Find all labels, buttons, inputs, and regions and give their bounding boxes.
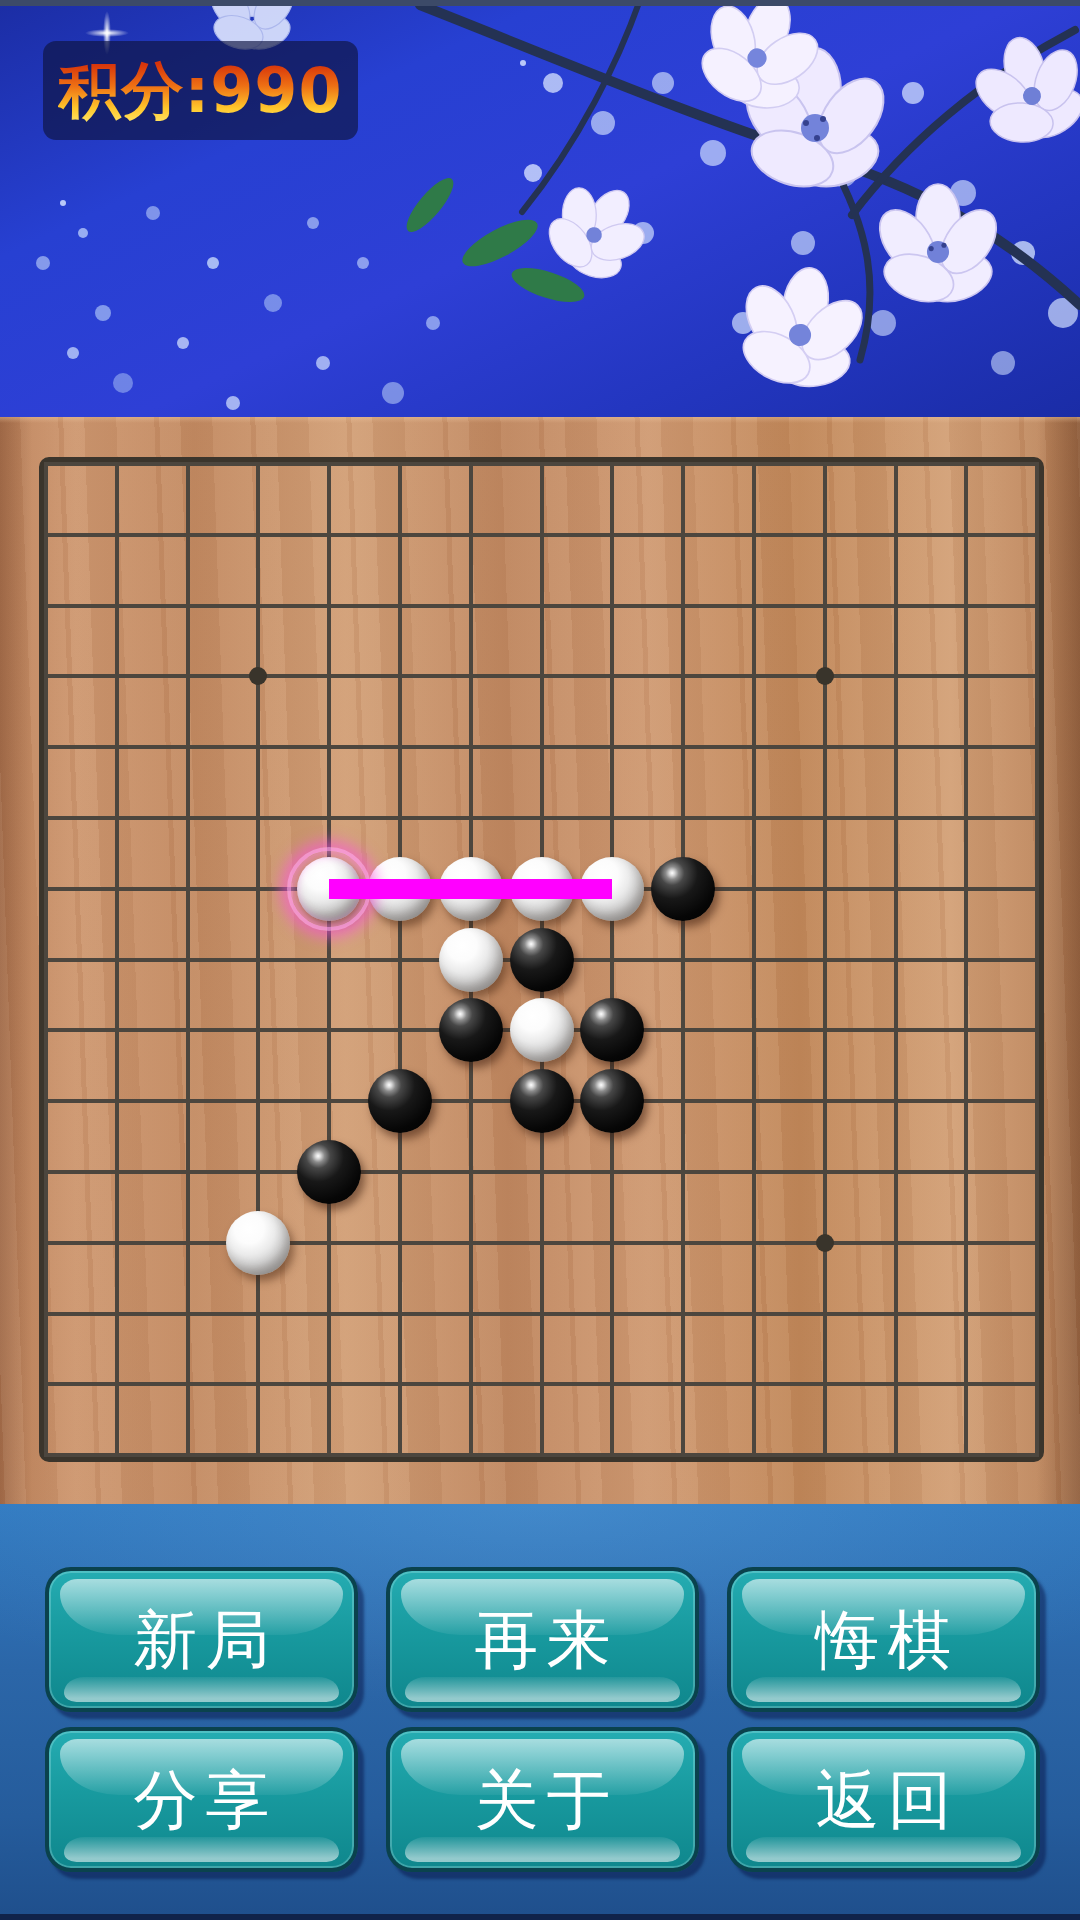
gomoku-board[interactable] xyxy=(0,417,1080,1504)
again-label: 再来 xyxy=(467,1608,619,1672)
new-game-label: 新局 xyxy=(126,1608,278,1672)
grid-line-v xyxy=(752,462,756,1457)
grid-line-h xyxy=(44,1453,1039,1457)
grid-line-v xyxy=(610,462,614,1457)
menu-grid: 新局 再来 悔棋 分享 关于 xyxy=(45,1567,1040,1872)
grid-line-v xyxy=(1035,462,1039,1457)
grid-line-v xyxy=(823,462,827,1457)
grid-line-v xyxy=(681,462,685,1457)
star-point xyxy=(816,1234,834,1252)
back-label: 返回 xyxy=(808,1768,960,1832)
button-lip xyxy=(405,1677,680,1702)
button-lip xyxy=(64,1677,339,1702)
white-stone xyxy=(226,1211,290,1275)
new-game-button[interactable]: 新局 xyxy=(45,1567,358,1712)
button-lip xyxy=(64,1837,339,1862)
floral-background: 积分:990 xyxy=(0,0,1080,417)
black-stone xyxy=(368,1069,432,1133)
grid-line-v xyxy=(894,462,898,1457)
black-stone xyxy=(510,928,574,992)
grid-line-h xyxy=(44,1170,1039,1174)
black-stone xyxy=(651,857,715,921)
grid-line-h xyxy=(44,1241,1039,1245)
button-lip xyxy=(746,1677,1021,1702)
button-lip xyxy=(746,1837,1021,1862)
share-label: 分享 xyxy=(126,1768,278,1832)
black-stone xyxy=(439,998,503,1062)
bottom-panel: 新局 再来 悔棋 分享 关于 xyxy=(0,1504,1080,1920)
grid-line-h xyxy=(44,1312,1039,1316)
again-button[interactable]: 再来 xyxy=(386,1567,699,1712)
app-screen: 积分:990 新局 再来 悔棋 xyxy=(0,0,1080,1920)
undo-label: 悔棋 xyxy=(808,1608,960,1672)
win-line xyxy=(329,879,612,899)
board-area xyxy=(0,417,1080,1504)
status-bar xyxy=(0,0,1080,6)
about-button[interactable]: 关于 xyxy=(386,1727,699,1872)
black-stone xyxy=(510,1069,574,1133)
undo-button[interactable]: 悔棋 xyxy=(727,1567,1040,1712)
grid-line-v xyxy=(964,462,968,1457)
grid-line-h xyxy=(44,1382,1039,1386)
score-text: 积分:990 xyxy=(58,60,342,122)
white-stone xyxy=(510,998,574,1062)
share-button[interactable]: 分享 xyxy=(45,1727,358,1872)
black-stone xyxy=(297,1140,361,1204)
about-label: 关于 xyxy=(467,1768,619,1832)
bottom-strip xyxy=(0,1914,1080,1920)
back-button[interactable]: 返回 xyxy=(727,1727,1040,1872)
white-stone xyxy=(439,928,503,992)
score-banner: 积分:990 xyxy=(43,41,358,140)
button-lip xyxy=(405,1837,680,1862)
